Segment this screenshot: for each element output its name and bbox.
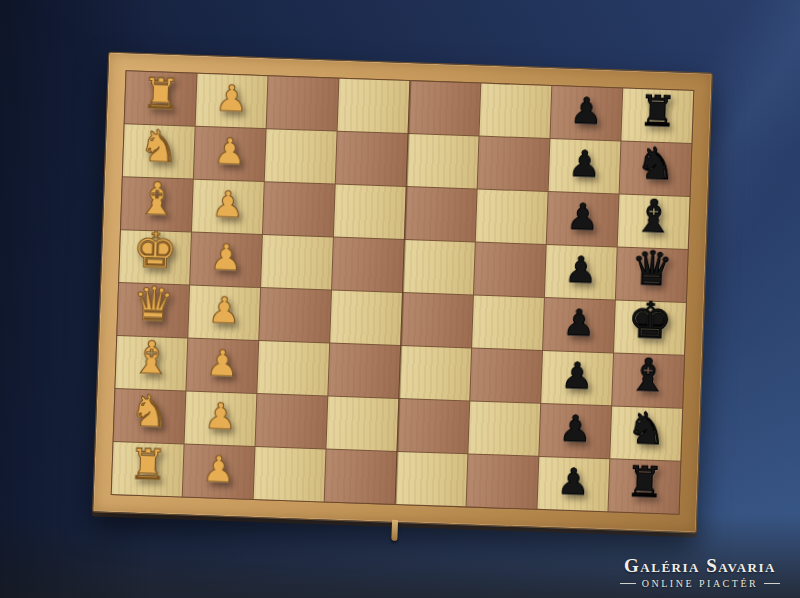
square-a2[interactable]: ♟ (196, 74, 268, 128)
square-a4[interactable] (338, 79, 410, 133)
square-d7[interactable]: ♟ (545, 245, 617, 299)
black-bishop[interactable]: ♝ (633, 193, 675, 239)
white-pawn[interactable]: ♟ (204, 398, 238, 435)
black-pawn[interactable]: ♟ (566, 199, 600, 236)
square-h7[interactable]: ♟ (538, 457, 610, 511)
square-d2[interactable]: ♟ (190, 233, 262, 287)
square-b5[interactable] (407, 134, 479, 188)
black-pawn[interactable]: ♟ (560, 358, 594, 395)
square-f6[interactable] (470, 348, 542, 402)
square-h1[interactable]: ♜ (112, 442, 184, 496)
square-f4[interactable] (328, 344, 400, 398)
black-bishop[interactable]: ♝ (627, 352, 669, 398)
square-g4[interactable] (327, 396, 399, 450)
square-h2[interactable]: ♟ (183, 444, 255, 498)
square-g2[interactable]: ♟ (185, 392, 257, 446)
square-a1[interactable]: ♜ (125, 71, 197, 125)
square-b8[interactable]: ♞ (620, 142, 692, 196)
watermark-subtitle: Online piactér (642, 578, 758, 589)
watermark-title: Galéria Savaria (605, 555, 795, 577)
square-h6[interactable] (467, 454, 539, 508)
square-h4[interactable] (325, 449, 397, 503)
black-queen[interactable]: ♛ (630, 244, 674, 292)
square-d3[interactable] (261, 235, 333, 289)
square-e8[interactable]: ♚ (614, 300, 686, 354)
square-b4[interactable] (336, 132, 408, 186)
white-pawn[interactable]: ♟ (213, 133, 247, 170)
board-latch-hook (391, 520, 398, 541)
square-e4[interactable] (330, 291, 402, 345)
square-b3[interactable] (265, 129, 337, 183)
board-squares: ♜♟♟♜♞♟♟♞♝♟♟♝♚♟♟♛♛♟♟♚♝♟♟♝♞♟♟♞♜♟♟♜ (111, 70, 694, 515)
white-queen[interactable]: ♛ (132, 280, 176, 328)
black-pawn[interactable]: ♟ (559, 411, 593, 448)
square-a6[interactable] (480, 84, 552, 138)
white-bishop[interactable]: ♝ (131, 335, 173, 381)
watermark-rule-right (764, 583, 780, 584)
white-rook[interactable]: ♜ (128, 443, 167, 486)
listing-photo: ♜♟♟♜♞♟♟♞♝♟♟♝♚♟♟♛♛♟♟♚♝♟♟♝♞♟♟♞♜♟♟♜ Galéria… (0, 0, 800, 598)
square-d5[interactable] (403, 240, 475, 294)
square-a7[interactable]: ♟ (550, 86, 622, 140)
square-d6[interactable] (474, 243, 546, 297)
square-b2[interactable]: ♟ (194, 127, 266, 181)
square-c7[interactable]: ♟ (547, 192, 619, 246)
black-pawn[interactable]: ♟ (562, 305, 596, 342)
square-g7[interactable]: ♟ (539, 404, 611, 458)
white-pawn[interactable]: ♟ (207, 292, 241, 329)
square-e5[interactable] (401, 293, 473, 347)
square-g3[interactable] (256, 394, 328, 448)
white-pawn[interactable]: ♟ (206, 345, 240, 382)
square-b1[interactable]: ♞ (123, 124, 195, 178)
white-pawn[interactable]: ♟ (202, 451, 236, 488)
square-f5[interactable] (399, 346, 471, 400)
square-b6[interactable] (478, 137, 550, 191)
black-king[interactable]: ♚ (627, 294, 674, 346)
black-pawn[interactable]: ♟ (564, 252, 598, 289)
square-h5[interactable] (396, 452, 468, 506)
square-f8[interactable]: ♝ (612, 353, 684, 407)
square-f7[interactable]: ♟ (541, 351, 613, 405)
watermark: Galéria Savaria Online piactér (605, 555, 795, 589)
square-d4[interactable] (332, 238, 404, 292)
square-c4[interactable] (334, 185, 406, 239)
chess-board: ♜♟♟♜♞♟♟♞♝♟♟♝♚♟♟♛♛♟♟♚♝♟♟♝♞♟♟♞♜♟♟♜ (92, 52, 713, 534)
white-rook[interactable]: ♜ (141, 72, 180, 115)
square-e6[interactable] (472, 295, 544, 349)
white-pawn[interactable]: ♟ (209, 239, 243, 276)
white-pawn[interactable]: ♟ (215, 80, 249, 117)
square-f1[interactable]: ♝ (115, 336, 187, 390)
square-g6[interactable] (468, 401, 540, 455)
square-a8[interactable]: ♜ (621, 89, 693, 143)
square-h8[interactable]: ♜ (608, 459, 680, 513)
white-knight[interactable]: ♞ (129, 389, 170, 434)
square-c3[interactable] (263, 182, 335, 236)
square-f2[interactable]: ♟ (186, 339, 258, 393)
square-e2[interactable]: ♟ (188, 286, 260, 340)
square-c5[interactable] (405, 187, 477, 241)
black-rook[interactable]: ♜ (638, 90, 677, 133)
square-g1[interactable]: ♞ (114, 389, 186, 443)
black-pawn[interactable]: ♟ (557, 464, 591, 501)
black-knight[interactable]: ♞ (626, 406, 667, 451)
black-knight[interactable]: ♞ (635, 141, 676, 186)
square-g5[interactable] (397, 399, 469, 453)
square-h3[interactable] (254, 447, 326, 501)
square-e1[interactable]: ♛ (117, 283, 189, 337)
square-e3[interactable] (259, 288, 331, 342)
black-pawn[interactable]: ♟ (570, 93, 604, 130)
square-a5[interactable] (409, 81, 481, 135)
square-e7[interactable]: ♟ (543, 298, 615, 352)
square-c2[interactable]: ♟ (192, 180, 264, 234)
square-f3[interactable] (257, 341, 329, 395)
watermark-subtitle-row: Online piactér (605, 578, 795, 589)
white-king[interactable]: ♚ (132, 224, 179, 276)
black-rook[interactable]: ♜ (625, 460, 664, 503)
square-c6[interactable] (476, 190, 548, 244)
black-pawn[interactable]: ♟ (568, 146, 602, 183)
square-g8[interactable]: ♞ (610, 406, 682, 460)
square-a3[interactable] (267, 76, 339, 130)
white-knight[interactable]: ♞ (138, 124, 179, 169)
white-bishop[interactable]: ♝ (136, 176, 178, 222)
square-b7[interactable]: ♟ (549, 139, 621, 193)
white-pawn[interactable]: ♟ (211, 186, 245, 223)
watermark-rule-left (620, 583, 636, 584)
